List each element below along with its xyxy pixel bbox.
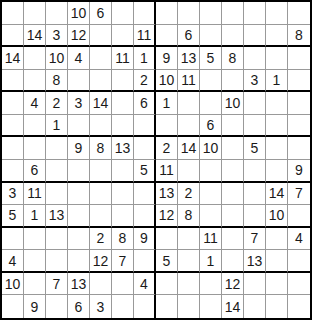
cell-r14c14[interactable]	[288, 295, 310, 318]
cell-r13c7[interactable]: 4	[134, 273, 156, 296]
cell-r6c13[interactable]	[266, 115, 288, 138]
cell-r5c11[interactable]: 10	[222, 92, 244, 115]
cell-r6c8[interactable]	[156, 115, 178, 138]
cell-r7c4[interactable]: 9	[68, 137, 90, 160]
cell-r2c12[interactable]	[244, 25, 266, 48]
cell-r1c7[interactable]	[134, 2, 156, 25]
cell-r1c11[interactable]	[222, 2, 244, 25]
cell-r13c13[interactable]	[266, 273, 288, 296]
cell-r10c9[interactable]: 8	[178, 205, 200, 228]
cell-r6c6[interactable]	[112, 115, 134, 138]
cell-r3c5[interactable]	[90, 47, 112, 70]
cell-r14c8[interactable]	[156, 295, 178, 318]
cell-r10c7[interactable]	[134, 205, 156, 228]
cell-r5c12[interactable]	[244, 92, 266, 115]
cell-r13c10[interactable]	[200, 273, 222, 296]
cell-r6c2[interactable]	[24, 115, 46, 138]
sudoku-page: 1061431211681410411191358821011314231461…	[0, 0, 312, 320]
cell-r10c2[interactable]: 1	[24, 205, 46, 228]
cell-r12c3[interactable]	[46, 250, 68, 273]
cell-r3c9[interactable]: 13	[178, 47, 200, 70]
cell-r10c3[interactable]: 13	[46, 205, 68, 228]
cell-r4c6[interactable]	[112, 70, 134, 93]
cell-r8c5[interactable]	[90, 160, 112, 183]
cell-r4c3[interactable]: 8	[46, 70, 68, 93]
cell-r5c13[interactable]	[266, 92, 288, 115]
cell-r12c14[interactable]	[288, 250, 310, 273]
cell-r13c8[interactable]	[156, 273, 178, 296]
cell-r9c9[interactable]: 2	[178, 183, 200, 206]
cell-r1c2[interactable]	[24, 2, 46, 25]
cell-r6c10[interactable]: 6	[200, 115, 222, 138]
cell-r7c9[interactable]: 14	[178, 137, 200, 160]
cell-r11c6[interactable]: 8	[112, 228, 134, 251]
cell-r8c8[interactable]: 11	[156, 160, 178, 183]
cell-r11c5[interactable]: 2	[90, 228, 112, 251]
cell-r9c12[interactable]	[244, 183, 266, 206]
cell-r4c7[interactable]: 2	[134, 70, 156, 93]
cell-r11c10[interactable]: 11	[200, 228, 222, 251]
cell-r5c1[interactable]	[2, 92, 24, 115]
cell-r7c1[interactable]	[2, 137, 24, 160]
cell-r14c5[interactable]: 3	[90, 295, 112, 318]
cell-r4c1[interactable]	[2, 70, 24, 93]
cell-r12c6[interactable]: 7	[112, 250, 134, 273]
cell-r8c13[interactable]	[266, 160, 288, 183]
cell-r8c3[interactable]	[46, 160, 68, 183]
cell-r10c8[interactable]: 12	[156, 205, 178, 228]
cell-r13c14[interactable]	[288, 273, 310, 296]
cell-r2c5[interactable]	[90, 25, 112, 48]
cell-r6c3[interactable]: 1	[46, 115, 68, 138]
cell-r1c1[interactable]	[2, 2, 24, 25]
cell-r9c1[interactable]: 3	[2, 183, 24, 206]
cell-r6c1[interactable]	[2, 115, 24, 138]
cell-r7c3[interactable]	[46, 137, 68, 160]
cell-r12c5[interactable]: 12	[90, 250, 112, 273]
cell-r3c11[interactable]: 8	[222, 47, 244, 70]
cell-r14c9[interactable]	[178, 295, 200, 318]
cell-r3c12[interactable]	[244, 47, 266, 70]
cell-r14c12[interactable]	[244, 295, 266, 318]
cell-r9c6[interactable]	[112, 183, 134, 206]
cell-r12c10[interactable]: 1	[200, 250, 222, 273]
cell-r3c2[interactable]	[24, 47, 46, 70]
cell-r4c12[interactable]: 3	[244, 70, 266, 93]
cell-r6c5[interactable]	[90, 115, 112, 138]
cell-r7c10[interactable]: 10	[200, 137, 222, 160]
cell-r5c14[interactable]	[288, 92, 310, 115]
cell-r3c3[interactable]: 10	[46, 47, 68, 70]
cell-r11c3[interactable]	[46, 228, 68, 251]
cell-r6c9[interactable]	[178, 115, 200, 138]
cell-r9c13[interactable]: 14	[266, 183, 288, 206]
cell-r13c1[interactable]: 10	[2, 273, 24, 296]
cell-r13c5[interactable]	[90, 273, 112, 296]
cell-r12c1[interactable]: 4	[2, 250, 24, 273]
cell-r10c10[interactable]	[200, 205, 222, 228]
cell-r2c2[interactable]: 14	[24, 25, 46, 48]
cell-r10c5[interactable]	[90, 205, 112, 228]
cell-r11c2[interactable]	[24, 228, 46, 251]
cell-r11c1[interactable]	[2, 228, 24, 251]
cell-r9c3[interactable]	[46, 183, 68, 206]
cell-r1c5[interactable]: 6	[90, 2, 112, 25]
cell-r1c10[interactable]	[200, 2, 222, 25]
cell-r13c2[interactable]	[24, 273, 46, 296]
cell-r6c4[interactable]	[68, 115, 90, 138]
cell-r14c7[interactable]	[134, 295, 156, 318]
cell-r3c10[interactable]: 5	[200, 47, 222, 70]
cell-r9c2[interactable]: 11	[24, 183, 46, 206]
cell-r2c14[interactable]: 8	[288, 25, 310, 48]
cell-r4c13[interactable]: 1	[266, 70, 288, 93]
cell-r7c8[interactable]: 2	[156, 137, 178, 160]
cell-r5c6[interactable]	[112, 92, 134, 115]
cell-r7c2[interactable]	[24, 137, 46, 160]
cell-r13c4[interactable]: 13	[68, 273, 90, 296]
cell-r10c12[interactable]	[244, 205, 266, 228]
cell-r11c11[interactable]	[222, 228, 244, 251]
cell-r8c12[interactable]	[244, 160, 266, 183]
cell-r11c14[interactable]: 4	[288, 228, 310, 251]
cell-r8c7[interactable]: 5	[134, 160, 156, 183]
cell-r1c14[interactable]	[288, 2, 310, 25]
cell-r9c4[interactable]	[68, 183, 90, 206]
cell-r4c9[interactable]: 11	[178, 70, 200, 93]
cell-r1c9[interactable]	[178, 2, 200, 25]
cell-r8c1[interactable]	[2, 160, 24, 183]
cell-r3c1[interactable]: 14	[2, 47, 24, 70]
cell-r4c5[interactable]	[90, 70, 112, 93]
cell-r14c11[interactable]: 14	[222, 295, 244, 318]
cell-r12c9[interactable]	[178, 250, 200, 273]
cell-r11c12[interactable]: 7	[244, 228, 266, 251]
cell-r1c6[interactable]	[112, 2, 134, 25]
cell-r2c10[interactable]	[200, 25, 222, 48]
cell-r10c4[interactable]	[68, 205, 90, 228]
cell-r11c4[interactable]	[68, 228, 90, 251]
cell-r8c10[interactable]	[200, 160, 222, 183]
cell-r6c7[interactable]	[134, 115, 156, 138]
cell-r11c8[interactable]	[156, 228, 178, 251]
cell-r10c14[interactable]	[288, 205, 310, 228]
cell-r7c7[interactable]	[134, 137, 156, 160]
cell-r13c6[interactable]	[112, 273, 134, 296]
cell-r14c1[interactable]	[2, 295, 24, 318]
cell-r11c13[interactable]	[266, 228, 288, 251]
cell-r5c3[interactable]: 2	[46, 92, 68, 115]
cell-r3c7[interactable]: 1	[134, 47, 156, 70]
cell-r10c11[interactable]	[222, 205, 244, 228]
cell-r7c11[interactable]	[222, 137, 244, 160]
cell-r10c6[interactable]	[112, 205, 134, 228]
cell-r4c14[interactable]	[288, 70, 310, 93]
cell-r9c10[interactable]	[200, 183, 222, 206]
cell-r12c12[interactable]: 13	[244, 250, 266, 273]
cell-r12c4[interactable]	[68, 250, 90, 273]
cell-r2c7[interactable]: 11	[134, 25, 156, 48]
cell-r2c6[interactable]	[112, 25, 134, 48]
cell-r12c2[interactable]	[24, 250, 46, 273]
cell-r2c13[interactable]	[266, 25, 288, 48]
cell-r5c7[interactable]: 6	[134, 92, 156, 115]
cell-r12c11[interactable]	[222, 250, 244, 273]
cell-r2c1[interactable]	[2, 25, 24, 48]
cell-r3c14[interactable]	[288, 47, 310, 70]
cell-r5c10[interactable]	[200, 92, 222, 115]
cell-r12c13[interactable]	[266, 250, 288, 273]
cell-r4c2[interactable]	[24, 70, 46, 93]
cell-r12c7[interactable]	[134, 250, 156, 273]
cell-r4c8[interactable]: 10	[156, 70, 178, 93]
cell-r2c3[interactable]: 3	[46, 25, 68, 48]
cell-r5c8[interactable]: 1	[156, 92, 178, 115]
cell-r14c4[interactable]: 6	[68, 295, 90, 318]
cell-r6c14[interactable]	[288, 115, 310, 138]
cell-r8c9[interactable]	[178, 160, 200, 183]
cell-r8c11[interactable]	[222, 160, 244, 183]
cell-r8c6[interactable]	[112, 160, 134, 183]
cell-r13c12[interactable]	[244, 273, 266, 296]
cell-r7c13[interactable]	[266, 137, 288, 160]
cell-r6c12[interactable]	[244, 115, 266, 138]
cell-r9c5[interactable]	[90, 183, 112, 206]
cell-r3c4[interactable]: 4	[68, 47, 90, 70]
cell-r2c9[interactable]: 6	[178, 25, 200, 48]
cell-r4c4[interactable]	[68, 70, 90, 93]
cell-r12c8[interactable]: 5	[156, 250, 178, 273]
cell-r7c6[interactable]: 13	[112, 137, 134, 160]
cell-r14c6[interactable]	[112, 295, 134, 318]
cell-r6c11[interactable]	[222, 115, 244, 138]
cell-r3c6[interactable]: 11	[112, 47, 134, 70]
cell-r1c3[interactable]	[46, 2, 68, 25]
cell-r3c8[interactable]: 9	[156, 47, 178, 70]
cell-r13c3[interactable]: 7	[46, 273, 68, 296]
cell-r14c13[interactable]	[266, 295, 288, 318]
cell-r10c1[interactable]: 5	[2, 205, 24, 228]
cell-r13c11[interactable]: 12	[222, 273, 244, 296]
cell-r2c8[interactable]	[156, 25, 178, 48]
cell-r11c9[interactable]	[178, 228, 200, 251]
cell-r2c4[interactable]: 12	[68, 25, 90, 48]
cell-r9c14[interactable]: 7	[288, 183, 310, 206]
cell-r4c10[interactable]	[200, 70, 222, 93]
cell-r9c11[interactable]	[222, 183, 244, 206]
cell-r11c7[interactable]: 9	[134, 228, 156, 251]
cell-r8c14[interactable]: 9	[288, 160, 310, 183]
cell-r5c5[interactable]: 14	[90, 92, 112, 115]
cell-r5c9[interactable]	[178, 92, 200, 115]
cell-r9c7[interactable]	[134, 183, 156, 206]
cell-r1c8[interactable]	[156, 2, 178, 25]
cell-r10c13[interactable]: 10	[266, 205, 288, 228]
cell-r7c5[interactable]: 8	[90, 137, 112, 160]
cell-r14c3[interactable]	[46, 295, 68, 318]
cell-r7c12[interactable]: 5	[244, 137, 266, 160]
cell-r5c4[interactable]: 3	[68, 92, 90, 115]
cell-r9c8[interactable]: 13	[156, 183, 178, 206]
cell-r8c4[interactable]	[68, 160, 90, 183]
cell-r14c10[interactable]	[200, 295, 222, 318]
sudoku-board: 1061431211681410411191358821011314231461…	[0, 0, 312, 320]
cell-r1c4[interactable]: 10	[68, 2, 90, 25]
cell-r2c11[interactable]	[222, 25, 244, 48]
cell-r3c13[interactable]	[266, 47, 288, 70]
cell-r7c14[interactable]	[288, 137, 310, 160]
cell-r4c11[interactable]	[222, 70, 244, 93]
cell-r8c2[interactable]: 6	[24, 160, 46, 183]
cell-r14c2[interactable]: 9	[24, 295, 46, 318]
cell-r1c13[interactable]	[266, 2, 288, 25]
cell-r13c9[interactable]	[178, 273, 200, 296]
cell-r5c2[interactable]: 4	[24, 92, 46, 115]
cell-r1c12[interactable]	[244, 2, 266, 25]
